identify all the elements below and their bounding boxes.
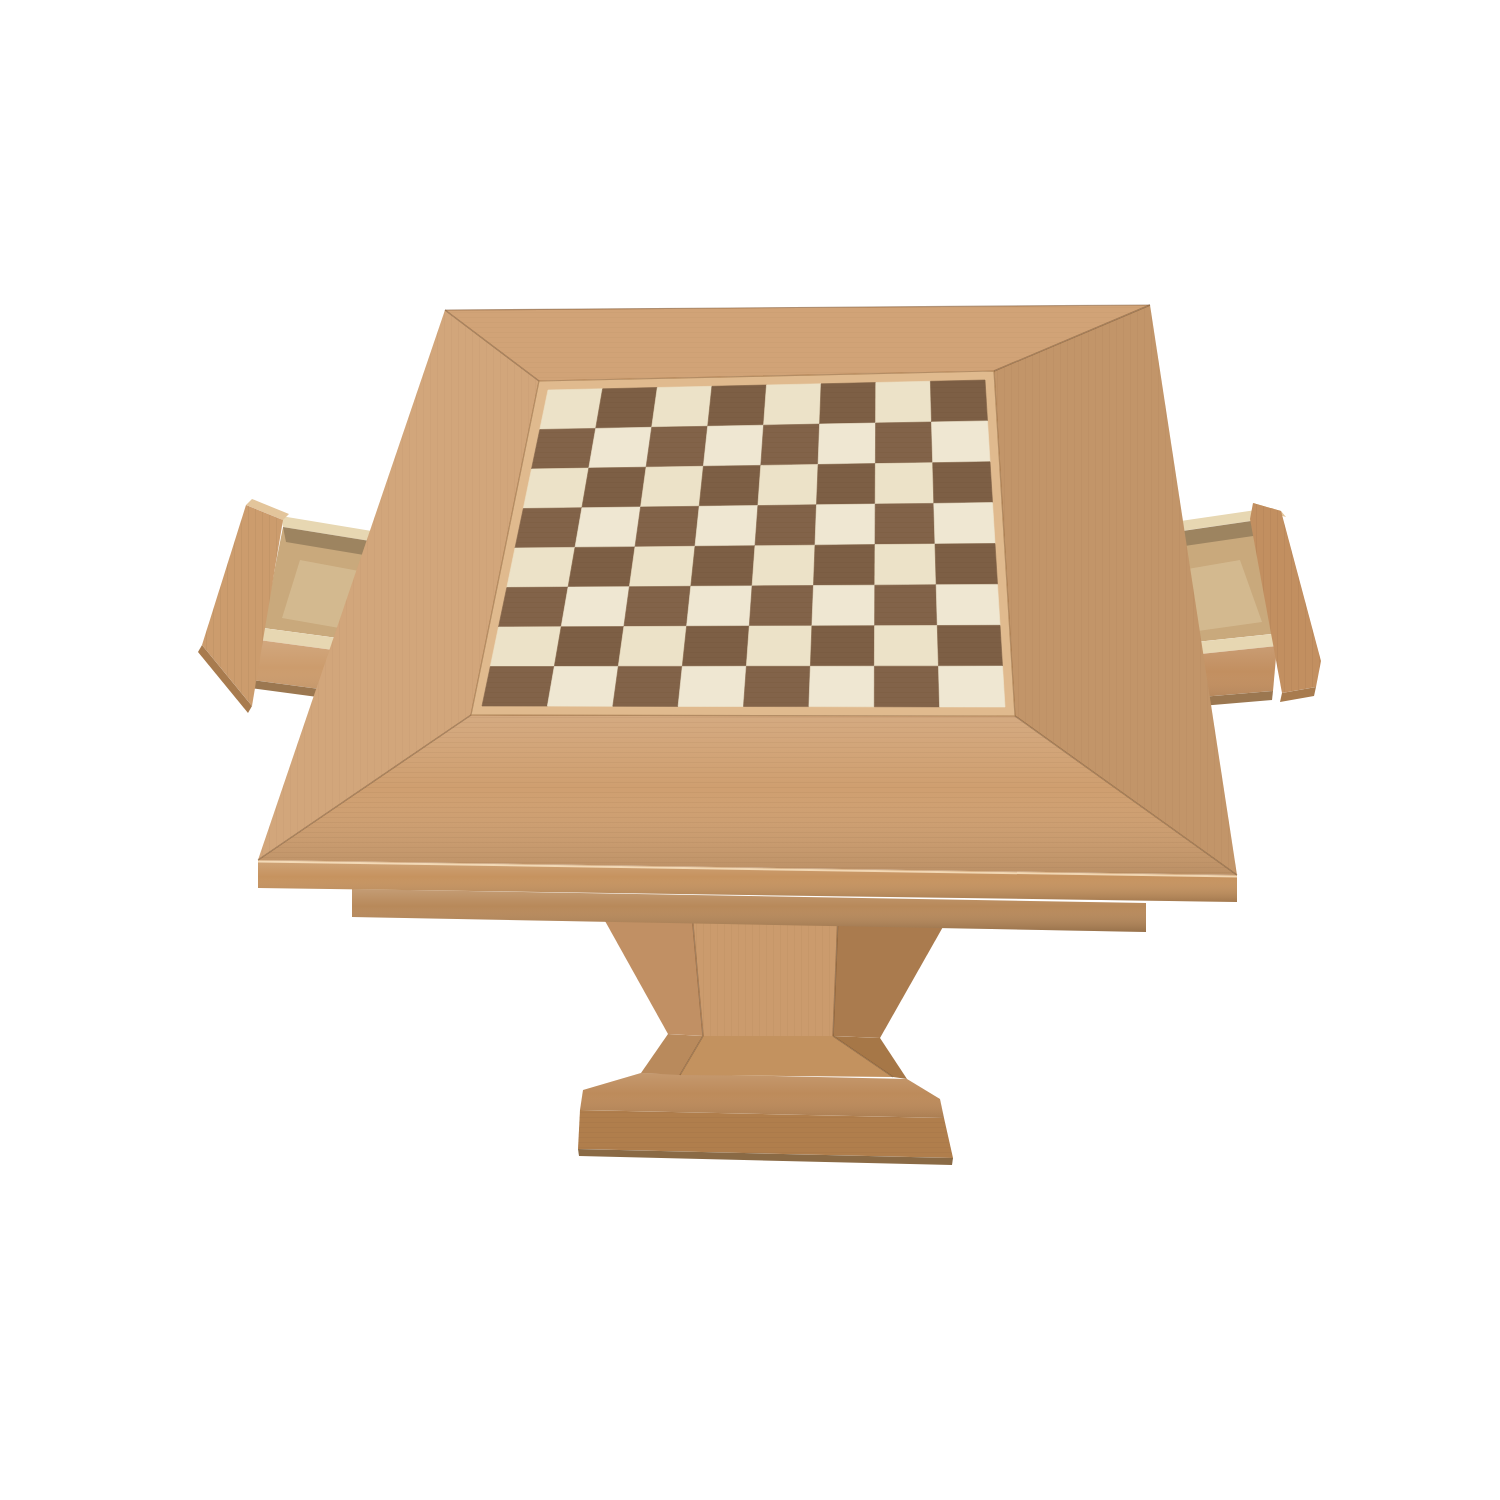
- board-square-grain: [515, 508, 582, 548]
- board-square: [939, 666, 1006, 707]
- board-square-grain: [761, 424, 820, 465]
- board-square-grain: [937, 625, 1002, 666]
- board-square: [575, 507, 641, 547]
- board-square-grain: [582, 467, 646, 508]
- board-square-grain: [875, 585, 938, 626]
- pedestal-column-grain: [692, 914, 838, 1036]
- board-square: [629, 546, 695, 586]
- board-square: [758, 465, 818, 506]
- board-square-grain: [708, 385, 767, 426]
- board-square-grain: [499, 587, 569, 627]
- board-square-grain: [930, 380, 987, 422]
- board-square: [589, 427, 652, 468]
- board-square: [875, 463, 934, 504]
- board-square: [523, 468, 589, 508]
- board-square: [641, 466, 704, 507]
- board-square-grain: [635, 506, 699, 547]
- board-square-grain: [814, 545, 876, 586]
- board-square-grain: [933, 462, 993, 504]
- board-square-grain: [568, 547, 635, 587]
- chess-table-photo: [0, 0, 1500, 1500]
- board-square-grain: [532, 428, 596, 469]
- board-square-grain: [810, 626, 874, 667]
- board-square: [818, 423, 876, 465]
- board-square: [490, 627, 561, 667]
- pedestal-column-left-facet: [600, 912, 703, 1036]
- board-square: [874, 626, 938, 667]
- board-square: [932, 421, 991, 463]
- board-square-grain: [744, 666, 811, 706]
- board-square: [934, 503, 995, 544]
- board-square-grain: [646, 426, 708, 467]
- board-square: [936, 584, 1000, 625]
- board-square: [678, 666, 746, 706]
- board-square: [812, 585, 875, 626]
- board-square-grain: [691, 546, 755, 587]
- board-square: [540, 389, 603, 430]
- board-square: [547, 666, 618, 706]
- board-square: [752, 545, 815, 586]
- board-square-grain: [749, 586, 813, 627]
- board-square-grain: [817, 464, 876, 505]
- board-square-grain: [820, 383, 876, 425]
- board-square: [746, 626, 812, 666]
- board-square-grain: [935, 544, 998, 585]
- board-square-grain: [596, 388, 658, 429]
- board-square: [687, 586, 753, 626]
- product-photo-canvas: [0, 0, 1500, 1500]
- board-square: [809, 666, 875, 707]
- board-square-grain: [682, 626, 749, 666]
- board-square-grain: [874, 666, 939, 707]
- board-square: [618, 626, 686, 666]
- board-square: [876, 381, 932, 423]
- board-square: [695, 506, 758, 547]
- board-square: [703, 425, 763, 466]
- board-square-grain: [875, 422, 932, 464]
- board-square-grain: [699, 465, 761, 506]
- board-square: [561, 587, 629, 627]
- board-square-grain: [624, 586, 691, 626]
- board-square-grain: [613, 666, 683, 706]
- tabletop: [258, 305, 1237, 875]
- board-square: [815, 504, 875, 545]
- board-square-grain: [755, 505, 817, 546]
- board-square: [652, 386, 712, 427]
- pedestal-column-right-facet: [833, 916, 948, 1038]
- board-square-grain: [554, 627, 624, 667]
- board-square-grain: [482, 667, 554, 707]
- board-square: [507, 547, 575, 587]
- board-square: [875, 544, 936, 585]
- chessboard-inlay: [482, 380, 1005, 707]
- pedestal: [578, 912, 953, 1165]
- board-square: [764, 384, 822, 425]
- board-square-grain: [875, 503, 935, 544]
